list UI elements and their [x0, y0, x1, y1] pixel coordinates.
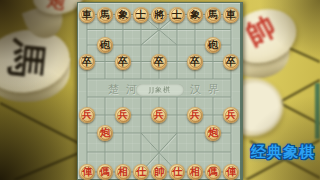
piece-char: 卒: [82, 57, 92, 67]
piece-char: 卒: [226, 57, 236, 67]
piece-char: 兵: [190, 110, 200, 120]
xiangqi-board[interactable]: 楚河 汉界 JJ象棋 車馬象士將士象馬車砲砲卒卒卒卒卒兵兵兵兵兵炮炮俥傌相仕帥仕…: [77, 2, 243, 180]
piece-red-傌-f1r9[interactable]: 傌: [97, 164, 113, 180]
piece-red-傌-f7r9[interactable]: 傌: [205, 164, 221, 180]
piece-red-炮-f1r7[interactable]: 炮: [97, 125, 113, 141]
piece-red-相-f2r9[interactable]: 相: [115, 164, 131, 180]
piece-char: 傌: [100, 167, 110, 177]
piece-char: 士: [136, 10, 146, 20]
piece-char: 砲: [100, 40, 110, 50]
piece-black-卒-f8r3[interactable]: 卒: [223, 54, 239, 70]
background-piece-left-char: 馬: [6, 38, 48, 80]
piece-red-相-f6r9[interactable]: 相: [187, 164, 203, 180]
piece-char: 馬: [208, 10, 218, 20]
piece-black-卒-f2r3[interactable]: 卒: [115, 54, 131, 70]
piece-black-馬-f7r0[interactable]: 馬: [205, 7, 221, 23]
piece-red-兵-f2r6[interactable]: 兵: [115, 107, 131, 123]
piece-char: 砲: [208, 40, 218, 50]
piece-red-俥-f0r9[interactable]: 俥: [79, 164, 95, 180]
piece-char: 兵: [118, 110, 128, 120]
piece-black-卒-f4r3[interactable]: 卒: [151, 54, 167, 70]
piece-char: 俥: [82, 167, 92, 177]
piece-char: 將: [154, 10, 164, 20]
piece-red-兵-f8r6[interactable]: 兵: [223, 107, 239, 123]
piece-char: 兵: [154, 110, 164, 120]
piece-char: 俥: [226, 167, 236, 177]
piece-char: 象: [190, 10, 200, 20]
piece-red-仕-f5r9[interactable]: 仕: [169, 164, 185, 180]
piece-char: 相: [190, 167, 200, 177]
piece-char: 車: [82, 10, 92, 20]
piece-black-卒-f0r3[interactable]: 卒: [79, 54, 95, 70]
xiangqi-thumbnail: 馬 炮 帥 楚河 汉界 JJ象棋 車馬象士將士象馬車砲砲卒卒卒卒卒兵兵兵兵兵炮炮…: [0, 0, 320, 180]
piece-black-象-f6r0[interactable]: 象: [187, 7, 203, 23]
piece-char: 象: [118, 10, 128, 20]
piece-char: 卒: [118, 57, 128, 67]
piece-char: 相: [118, 167, 128, 177]
piece-black-士-f5r0[interactable]: 士: [169, 7, 185, 23]
piece-black-砲-f7r2[interactable]: 砲: [205, 37, 221, 53]
piece-char: 卒: [154, 57, 164, 67]
piece-red-兵-f4r6[interactable]: 兵: [151, 107, 167, 123]
piece-char: 炮: [208, 128, 218, 138]
piece-char: 帥: [154, 167, 164, 177]
pieces-grid: 車馬象士將士象馬車砲砲卒卒卒卒卒兵兵兵兵兵炮炮俥傌相仕帥仕相傌俥: [78, 7, 240, 180]
piece-red-帥-f4r9[interactable]: 帥: [151, 164, 167, 180]
piece-black-馬-f1r0[interactable]: 馬: [97, 7, 113, 23]
piece-char: 兵: [82, 110, 92, 120]
piece-char: 炮: [100, 128, 110, 138]
piece-char: 馬: [100, 10, 110, 20]
piece-char: 傌: [208, 167, 218, 177]
piece-red-仕-f3r9[interactable]: 仕: [133, 164, 149, 180]
piece-black-士-f3r0[interactable]: 士: [133, 7, 149, 23]
piece-red-俥-f8r9[interactable]: 俥: [223, 164, 239, 180]
piece-black-卒-f6r3[interactable]: 卒: [187, 54, 203, 70]
piece-char: 仕: [136, 167, 146, 177]
right-edge-green-object: [315, 83, 320, 139]
piece-char: 兵: [226, 110, 236, 120]
piece-char: 卒: [190, 57, 200, 67]
piece-black-將-f4r0[interactable]: 將: [151, 7, 167, 23]
piece-red-炮-f7r7[interactable]: 炮: [205, 125, 221, 141]
piece-char: 仕: [172, 167, 182, 177]
piece-black-車-f8r0[interactable]: 車: [223, 7, 239, 23]
piece-red-兵-f6r6[interactable]: 兵: [187, 107, 203, 123]
piece-black-象-f2r0[interactable]: 象: [115, 7, 131, 23]
piece-black-砲-f1r2[interactable]: 砲: [97, 37, 113, 53]
piece-black-車-f0r0[interactable]: 車: [79, 7, 95, 23]
caption-text: 经典象棋: [251, 143, 315, 162]
piece-red-兵-f0r6[interactable]: 兵: [79, 107, 95, 123]
piece-char: 車: [226, 10, 236, 20]
piece-char: 士: [172, 10, 182, 20]
